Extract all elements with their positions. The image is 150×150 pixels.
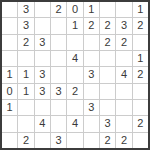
- empty-cell[interactable]: [84, 133, 99, 148]
- clue-cell: 1: [133, 51, 148, 66]
- clue-cell: 2: [116, 35, 131, 50]
- empty-cell[interactable]: [51, 18, 66, 33]
- empty-cell[interactable]: [18, 100, 33, 115]
- empty-cell[interactable]: [35, 18, 50, 33]
- clue-cell: 2: [18, 35, 33, 50]
- clue-cell: 0: [2, 84, 17, 99]
- empty-cell[interactable]: [67, 35, 82, 50]
- empty-cell[interactable]: [2, 35, 17, 50]
- clue-cell: 1: [18, 84, 33, 99]
- clue-cell: 2: [18, 133, 33, 148]
- empty-cell[interactable]: [51, 100, 66, 115]
- clue-cell: 2: [133, 116, 148, 131]
- empty-cell[interactable]: [133, 100, 148, 115]
- empty-cell[interactable]: [67, 67, 82, 82]
- empty-cell[interactable]: [116, 116, 131, 131]
- clue-cell: 2: [133, 67, 148, 82]
- empty-cell[interactable]: [84, 84, 99, 99]
- empty-cell[interactable]: [51, 51, 66, 66]
- clue-cell: 4: [67, 51, 82, 66]
- empty-cell[interactable]: [2, 18, 17, 33]
- empty-cell[interactable]: [67, 133, 82, 148]
- empty-cell[interactable]: [116, 100, 131, 115]
- empty-cell[interactable]: [35, 2, 50, 17]
- clue-cell: 4: [35, 116, 50, 131]
- puzzle-board: 32011312232232241113342013321344322322: [0, 0, 150, 150]
- clue-cell: 2: [100, 133, 115, 148]
- clue-cell: 1: [84, 2, 99, 17]
- clue-cell: 2: [133, 18, 148, 33]
- empty-cell[interactable]: [51, 35, 66, 50]
- empty-cell[interactable]: [2, 133, 17, 148]
- clue-cell: 1: [18, 67, 33, 82]
- empty-cell[interactable]: [51, 116, 66, 131]
- clue-cell: 2: [51, 2, 66, 17]
- empty-cell[interactable]: [84, 116, 99, 131]
- empty-cell[interactable]: [133, 84, 148, 99]
- empty-cell[interactable]: [84, 35, 99, 50]
- empty-cell[interactable]: [18, 116, 33, 131]
- empty-cell[interactable]: [35, 100, 50, 115]
- clue-cell: 3: [116, 18, 131, 33]
- empty-cell[interactable]: [116, 84, 131, 99]
- empty-cell[interactable]: [133, 35, 148, 50]
- clue-cell: 2: [100, 35, 115, 50]
- empty-cell[interactable]: [100, 51, 115, 66]
- clue-cell: 3: [35, 84, 50, 99]
- clue-cell: 1: [133, 2, 148, 17]
- empty-cell[interactable]: [100, 84, 115, 99]
- empty-cell[interactable]: [100, 67, 115, 82]
- clue-cell: 1: [67, 18, 82, 33]
- clue-cell: 1: [2, 100, 17, 115]
- empty-cell[interactable]: [2, 2, 17, 17]
- clue-cell: 3: [84, 100, 99, 115]
- clue-cell: 2: [67, 84, 82, 99]
- clue-cell: 0: [67, 2, 82, 17]
- empty-cell[interactable]: [2, 51, 17, 66]
- clue-cell: 1: [2, 67, 17, 82]
- empty-cell[interactable]: [100, 100, 115, 115]
- empty-cell[interactable]: [100, 2, 115, 17]
- empty-cell[interactable]: [133, 133, 148, 148]
- empty-cell[interactable]: [35, 51, 50, 66]
- clue-cell: 3: [18, 18, 33, 33]
- clue-cell: 3: [35, 35, 50, 50]
- clue-cell: 3: [51, 133, 66, 148]
- empty-cell[interactable]: [51, 67, 66, 82]
- clue-cell: 4: [67, 116, 82, 131]
- clue-cell: 2: [84, 18, 99, 33]
- clue-cell: 3: [84, 67, 99, 82]
- empty-cell[interactable]: [35, 133, 50, 148]
- clue-cell: 3: [100, 116, 115, 131]
- clue-cell: 3: [18, 2, 33, 17]
- clue-cell: 3: [51, 84, 66, 99]
- clue-cell: 2: [116, 133, 131, 148]
- empty-cell[interactable]: [67, 100, 82, 115]
- empty-cell[interactable]: [116, 2, 131, 17]
- empty-cell[interactable]: [2, 116, 17, 131]
- empty-cell[interactable]: [116, 51, 131, 66]
- empty-cell[interactable]: [84, 51, 99, 66]
- empty-cell[interactable]: [18, 51, 33, 66]
- clue-cell: 3: [35, 67, 50, 82]
- clue-cell: 4: [116, 67, 131, 82]
- clue-cell: 2: [100, 18, 115, 33]
